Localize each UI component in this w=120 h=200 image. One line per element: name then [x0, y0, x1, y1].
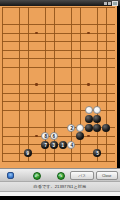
black-stone-5[interactable]: 5: [93, 149, 101, 157]
white-stone-8[interactable]: 8: [41, 132, 49, 140]
info-icon[interactable]: [7, 172, 14, 179]
star-point: [35, 83, 38, 86]
toolbar: ↶ ↷ パス Close: [0, 168, 120, 181]
close-button[interactable]: Close: [96, 171, 118, 180]
bottom-border: [0, 196, 120, 200]
move-number: 3: [53, 142, 56, 147]
black-stone-1[interactable]: 1: [59, 141, 67, 149]
star-point: [87, 83, 90, 86]
move-number: 5: [96, 151, 99, 156]
move-number: 8: [44, 134, 47, 139]
black-stone[interactable]: [93, 124, 101, 132]
black-stone[interactable]: [93, 115, 101, 123]
move-number: 2: [70, 125, 73, 130]
move-number: 7: [44, 142, 47, 147]
signal-icon: [104, 2, 107, 5]
go-board[interactable]: 135792468: [0, 6, 117, 168]
status-message-bar: 白番です。21397761と対局: [0, 181, 120, 192]
undo-icon[interactable]: ↶: [33, 172, 41, 180]
move-number: 4: [70, 142, 73, 147]
black-stone[interactable]: [76, 132, 84, 140]
status-message: 白番です。21397761と対局: [34, 184, 87, 188]
white-stone-4[interactable]: 4: [67, 141, 75, 149]
redo-icon[interactable]: ↷: [57, 172, 65, 180]
move-number: 9: [27, 151, 30, 156]
wifi-icon: [108, 2, 111, 5]
black-stone-9[interactable]: 9: [24, 149, 32, 157]
white-stone-6[interactable]: 6: [50, 132, 58, 140]
white-stone[interactable]: [76, 124, 84, 132]
battery-icon: [112, 1, 118, 6]
star-point: [87, 135, 90, 138]
pass-button[interactable]: パス: [70, 171, 94, 180]
app-screen: 135792468 ↶ ↷ パス Close 白番です。21397761と対局: [0, 0, 120, 200]
black-stone[interactable]: [85, 124, 93, 132]
black-stone[interactable]: [102, 124, 110, 132]
move-number: 6: [53, 134, 56, 139]
black-stone[interactable]: [85, 115, 93, 123]
black-stone-7[interactable]: 7: [41, 141, 49, 149]
star-point: [87, 32, 90, 35]
white-stone[interactable]: [93, 106, 101, 114]
black-stone-3[interactable]: 3: [50, 141, 58, 149]
white-stone[interactable]: [85, 106, 93, 114]
board-grid[interactable]: 135792468: [2, 7, 116, 162]
white-stone-2[interactable]: 2: [67, 124, 75, 132]
move-number: 1: [61, 142, 64, 147]
star-point: [35, 32, 38, 35]
star-point: [35, 135, 38, 138]
